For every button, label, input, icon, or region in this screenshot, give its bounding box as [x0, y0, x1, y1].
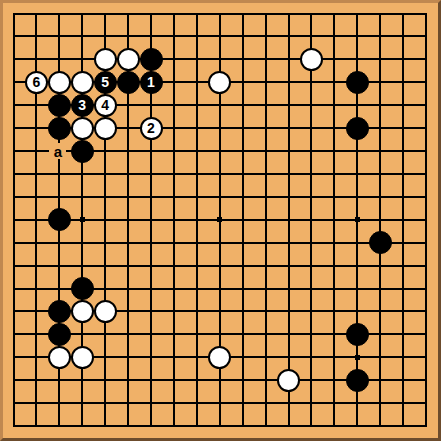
black-stone-move-3: 3 — [71, 94, 94, 117]
black-stone — [48, 323, 71, 346]
grid-line-horizontal — [13, 425, 428, 427]
white-stone — [94, 48, 117, 71]
white-stone — [71, 71, 94, 94]
go-board-diagram: a651342 — [0, 0, 441, 441]
black-stone-move-1: 1 — [140, 71, 163, 94]
black-stone — [48, 94, 71, 117]
white-stone — [117, 48, 140, 71]
grid-line-vertical — [402, 13, 404, 428]
white-stone — [208, 71, 231, 94]
white-stone — [94, 300, 117, 323]
point-label: a — [49, 143, 66, 159]
grid-line-vertical — [242, 13, 244, 428]
grid-line-vertical — [425, 13, 427, 428]
star-point — [355, 217, 360, 222]
black-stone — [346, 323, 369, 346]
white-stone — [71, 346, 94, 369]
white-stone — [208, 346, 231, 369]
black-stone — [71, 277, 94, 300]
grid-line-vertical — [333, 13, 335, 428]
grid-line-vertical — [379, 13, 381, 428]
white-stone — [300, 48, 323, 71]
white-stone — [277, 369, 300, 392]
star-point — [355, 355, 360, 360]
white-stone — [48, 346, 71, 369]
black-stone — [117, 71, 140, 94]
black-stone — [71, 140, 94, 163]
white-stone-move-4: 4 — [94, 94, 117, 117]
grid-line-horizontal — [13, 402, 428, 404]
white-stone — [94, 117, 117, 140]
star-point — [217, 217, 222, 222]
grid-line-horizontal — [13, 265, 428, 267]
black-stone — [140, 48, 163, 71]
black-stone-move-5: 5 — [94, 71, 117, 94]
grid-line-vertical — [265, 13, 267, 428]
white-stone — [71, 300, 94, 323]
white-stone-move-6: 6 — [25, 71, 48, 94]
black-stone — [48, 117, 71, 140]
black-stone — [346, 369, 369, 392]
black-stone — [48, 208, 71, 231]
white-stone — [71, 117, 94, 140]
black-stone — [48, 300, 71, 323]
black-stone — [346, 117, 369, 140]
black-stone — [346, 71, 369, 94]
white-stone-move-2: 2 — [140, 117, 163, 140]
black-stone — [369, 231, 392, 254]
grid-line-horizontal — [13, 242, 428, 244]
grid-line-vertical — [288, 13, 290, 428]
star-point — [80, 217, 85, 222]
grid-line-vertical — [310, 13, 312, 428]
white-stone — [48, 71, 71, 94]
